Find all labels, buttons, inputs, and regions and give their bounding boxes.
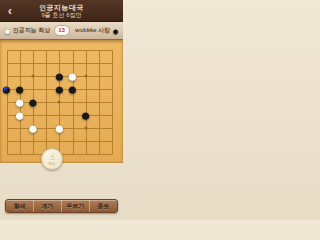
- black-player: wsbkke 사람 ●: [70, 26, 124, 36]
- last-move-marker: ◤: [4, 86, 9, 92]
- star-point: [84, 127, 87, 130]
- star-point: [58, 101, 61, 104]
- black-player-name: wsbkke 사람: [75, 26, 110, 35]
- header-titles: 인공지능대국 9줄 호선 6집반: [39, 3, 84, 19]
- stone-glyph: ●: [81, 109, 91, 122]
- grid-line: [7, 141, 113, 142]
- white-stone[interactable]: ●: [26, 122, 39, 135]
- move-count-badge: 13: [54, 25, 70, 36]
- place-stone-button[interactable]: ☝ 착수: [41, 148, 63, 170]
- black-stone[interactable]: ●: [53, 83, 66, 96]
- black-stone[interactable]: ●: [26, 96, 39, 109]
- stone-glyph: ●: [67, 83, 77, 96]
- stone-glyph: ●: [28, 122, 38, 135]
- toolbar-button-1[interactable]: 형세: [6, 200, 33, 212]
- player-bar: ● 인공지능 최상 13 wsbkke 사람 ●: [0, 22, 123, 40]
- page-title: 인공지능대국: [39, 3, 84, 12]
- black-stone-icon: ●: [112, 26, 119, 36]
- white-player-name: 인공지능 최상: [13, 26, 51, 35]
- black-stone[interactable]: ●◤: [0, 83, 13, 96]
- white-stone-icon: ●: [4, 26, 11, 36]
- toolbar-button-3[interactable]: 무르기: [61, 200, 89, 212]
- black-stone[interactable]: ●: [66, 83, 79, 96]
- star-point: [84, 75, 87, 78]
- stone-glyph: ●: [28, 96, 38, 109]
- grid-line: [112, 50, 113, 154]
- grid-line: [86, 50, 87, 154]
- title-bar: ‹ 인공지능대국 9줄 호선 6집반: [0, 0, 123, 22]
- page-subtitle: 9줄 호선 6집반: [39, 12, 84, 19]
- white-stone[interactable]: ●: [13, 109, 26, 122]
- grid-line: [99, 50, 100, 154]
- stone-glyph: ●: [54, 83, 64, 96]
- toolbar-button-4[interactable]: 종료: [89, 200, 117, 212]
- stone-glyph: ●: [15, 109, 25, 122]
- hand-label: 착수: [48, 162, 56, 166]
- bottom-toolbar: 형세계가무르기종료: [5, 199, 118, 213]
- go-board[interactable]: ●●●◤●●●●●●●●●: [0, 40, 123, 163]
- white-stone[interactable]: ●: [53, 122, 66, 135]
- stone-glyph: ●: [54, 122, 64, 135]
- toolbar-button-2[interactable]: 계가: [33, 200, 61, 212]
- back-icon[interactable]: ‹: [4, 3, 16, 19]
- white-player: ● 인공지능 최상: [0, 26, 54, 36]
- black-stone[interactable]: ●: [79, 109, 92, 122]
- star-point: [31, 75, 34, 78]
